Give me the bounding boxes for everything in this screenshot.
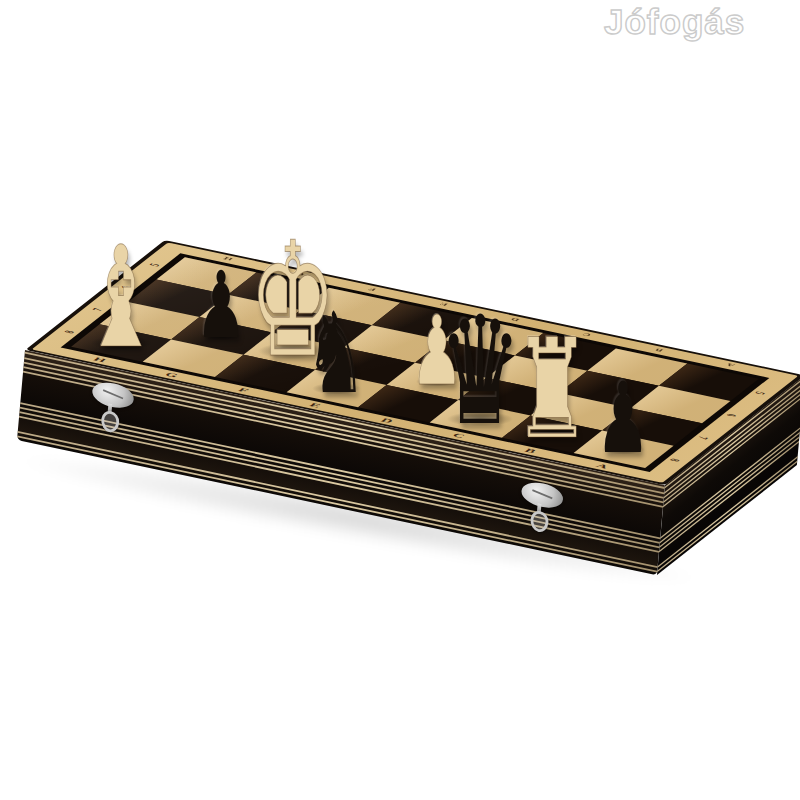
clasp-drop-pull-icon [530,509,550,533]
clasp-left [89,379,137,442]
product-photo-stage: HHGGFFEEDDCCBBAA55667788 ♝♟♚♞♟♛♜♟ Jófogá… [0,0,800,800]
watermark-logo: Jófogás [604,2,745,42]
clasp-drop-pull-icon [100,409,120,433]
pinstripe-inlay [658,456,798,567]
clasp-right [518,479,566,542]
